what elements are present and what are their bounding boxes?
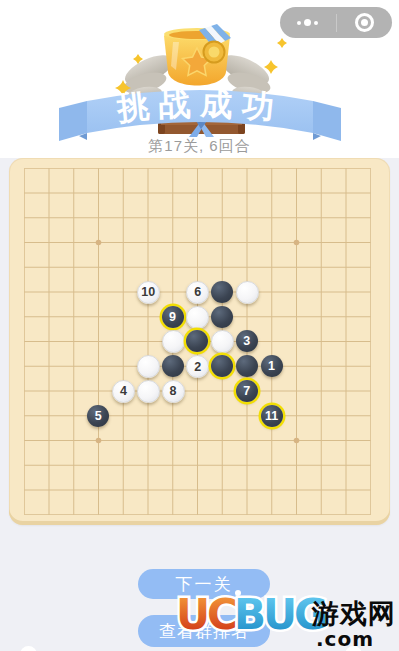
- stone-white-r9c5: [137, 380, 160, 403]
- gomoku-board: 1069321487511: [9, 158, 390, 525]
- bottom-left-circle: [20, 646, 37, 651]
- stone-white-r5c9: [236, 281, 259, 304]
- stone-black-r6c6-move9: 9: [162, 306, 184, 328]
- star-point: [294, 438, 300, 444]
- home-button[interactable]: [337, 7, 393, 38]
- stone-black-r8c9: [236, 355, 258, 377]
- app-screen: 挑战成功 第17关, 6回合 1069321487511 下一关 查看群排名 U…: [0, 0, 399, 651]
- star-point: [96, 240, 102, 246]
- stone-black-r8c10-move1: 1: [261, 355, 283, 377]
- trophy-base: [158, 121, 245, 137]
- logo-com: .com: [316, 627, 374, 651]
- stone-white-r6c7: [186, 306, 209, 329]
- stone-black-r8c8: [211, 355, 233, 377]
- stone-black-r7c9-move3: 3: [236, 330, 258, 352]
- stone-white-r8c5: [137, 355, 160, 378]
- stone-black-r10c10-move11: 11: [261, 405, 283, 427]
- three-dots-menu-icon: [297, 19, 318, 26]
- stone-black-r5c8: [211, 281, 233, 303]
- star-point: [294, 240, 300, 246]
- level-info: 第17关, 6回合: [0, 137, 399, 156]
- stone-white-r9c6-move8: 8: [162, 380, 185, 403]
- stone-white-r9c4-move4: 4: [112, 380, 135, 403]
- stone-white-r7c6: [162, 330, 185, 353]
- logo-uc: UC: [176, 590, 236, 639]
- ucbug-watermark: UC BUG 游戏网 .com: [172, 585, 398, 651]
- stone-white-r5c7-move6: 6: [186, 281, 209, 304]
- stone-black-r6c8: [211, 306, 233, 328]
- stone-black-r9c9-move7: 7: [236, 380, 258, 402]
- wechat-capsule: [280, 7, 392, 38]
- circle-home-icon: [355, 13, 374, 32]
- star-point: [96, 438, 102, 444]
- logo-site: 游戏网: [311, 598, 396, 629]
- logo-dot: [235, 590, 241, 596]
- stone-black-r8c6: [162, 355, 184, 377]
- stone-black-r10c3-move5: 5: [87, 405, 109, 427]
- stone-white-r5c5-move10: 10: [137, 281, 160, 304]
